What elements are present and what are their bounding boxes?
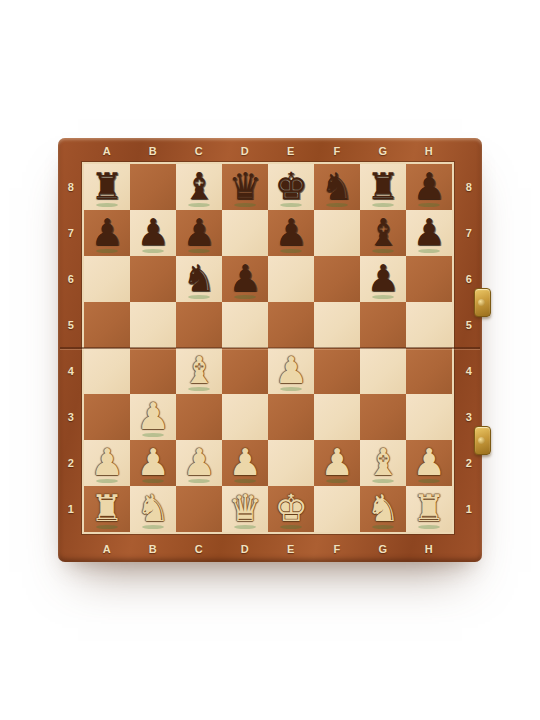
rank-label: 4 (62, 348, 80, 394)
square-c5[interactable] (176, 302, 222, 348)
product-photo-stage: ABCDEFGH ABCDEFGH 87654321 87654321 ♜♝♛♚… (0, 0, 540, 720)
square-d8[interactable]: ♛ (222, 164, 268, 210)
square-h1[interactable]: ♜ (406, 486, 452, 532)
square-c2[interactable]: ♟ (176, 440, 222, 486)
file-label: G (360, 142, 406, 160)
file-label: A (84, 142, 130, 160)
square-d7[interactable] (222, 210, 268, 256)
white-pawn[interactable]: ♟ (176, 440, 222, 486)
file-label: F (314, 540, 360, 558)
black-king[interactable]: ♚ (268, 164, 314, 210)
square-f1[interactable] (314, 486, 360, 532)
square-a8[interactable]: ♜ (84, 164, 130, 210)
rank-label: 7 (460, 210, 478, 256)
white-pawn[interactable]: ♟ (268, 348, 314, 394)
square-f4[interactable] (314, 348, 360, 394)
square-a2[interactable]: ♟ (84, 440, 130, 486)
black-knight[interactable]: ♞ (314, 164, 360, 210)
white-pawn[interactable]: ♟ (130, 440, 176, 486)
square-f7[interactable] (314, 210, 360, 256)
white-king[interactable]: ♚ (268, 486, 314, 532)
square-h8[interactable]: ♟ (406, 164, 452, 210)
black-bishop[interactable]: ♝ (360, 210, 406, 256)
chess-board: ABCDEFGH ABCDEFGH 87654321 87654321 ♜♝♛♚… (58, 138, 482, 562)
square-b4[interactable] (130, 348, 176, 394)
square-g6[interactable]: ♟ (360, 256, 406, 302)
black-pawn[interactable]: ♟ (176, 210, 222, 256)
square-f8[interactable]: ♞ (314, 164, 360, 210)
square-c4[interactable]: ♝ (176, 348, 222, 394)
file-label: E (268, 142, 314, 160)
square-f6[interactable] (314, 256, 360, 302)
black-pawn[interactable]: ♟ (406, 210, 452, 256)
black-pawn[interactable]: ♟ (406, 164, 452, 210)
white-knight[interactable]: ♞ (360, 486, 406, 532)
square-a4[interactable] (84, 348, 130, 394)
square-e2[interactable] (268, 440, 314, 486)
square-d3[interactable] (222, 394, 268, 440)
white-pawn[interactable]: ♟ (222, 440, 268, 486)
square-d1[interactable]: ♛ (222, 486, 268, 532)
file-label: H (406, 540, 452, 558)
file-label: F (314, 142, 360, 160)
file-labels-top: ABCDEFGH (84, 142, 452, 160)
white-bishop[interactable]: ♝ (176, 348, 222, 394)
rank-label: 2 (62, 440, 80, 486)
white-rook[interactable]: ♜ (84, 486, 130, 532)
square-c6[interactable]: ♞ (176, 256, 222, 302)
square-c8[interactable]: ♝ (176, 164, 222, 210)
white-pawn[interactable]: ♟ (130, 394, 176, 440)
file-label: H (406, 142, 452, 160)
square-e4[interactable]: ♟ (268, 348, 314, 394)
square-d5[interactable] (222, 302, 268, 348)
square-h3[interactable] (406, 394, 452, 440)
black-knight[interactable]: ♞ (176, 256, 222, 302)
white-bishop[interactable]: ♝ (360, 440, 406, 486)
square-c3[interactable] (176, 394, 222, 440)
square-c7[interactable]: ♟ (176, 210, 222, 256)
square-b8[interactable] (130, 164, 176, 210)
square-b7[interactable]: ♟ (130, 210, 176, 256)
square-d6[interactable]: ♟ (222, 256, 268, 302)
brass-clasp-icon (474, 288, 491, 317)
file-label: C (176, 142, 222, 160)
black-rook[interactable]: ♜ (360, 164, 406, 210)
brass-clasp-icon (474, 426, 491, 455)
square-a1[interactable]: ♜ (84, 486, 130, 532)
square-e6[interactable] (268, 256, 314, 302)
file-label: B (130, 540, 176, 558)
square-g8[interactable]: ♜ (360, 164, 406, 210)
square-h5[interactable] (406, 302, 452, 348)
square-a7[interactable]: ♟ (84, 210, 130, 256)
rank-label: 4 (460, 348, 478, 394)
rank-label: 1 (62, 486, 80, 532)
square-g3[interactable] (360, 394, 406, 440)
white-pawn[interactable]: ♟ (314, 440, 360, 486)
rank-label: 8 (460, 164, 478, 210)
fold-seam (60, 347, 480, 349)
square-g7[interactable]: ♝ (360, 210, 406, 256)
black-pawn[interactable]: ♟ (130, 210, 176, 256)
black-queen[interactable]: ♛ (222, 164, 268, 210)
square-f5[interactable] (314, 302, 360, 348)
file-label: C (176, 540, 222, 558)
square-h7[interactable]: ♟ (406, 210, 452, 256)
black-pawn[interactable]: ♟ (360, 256, 406, 302)
file-label: A (84, 540, 130, 558)
square-a6[interactable] (84, 256, 130, 302)
file-labels-bottom: ABCDEFGH (84, 540, 452, 558)
square-g1[interactable]: ♞ (360, 486, 406, 532)
square-e5[interactable] (268, 302, 314, 348)
square-d2[interactable]: ♟ (222, 440, 268, 486)
square-b2[interactable]: ♟ (130, 440, 176, 486)
file-label: G (360, 540, 406, 558)
rank-label: 8 (62, 164, 80, 210)
white-rook[interactable]: ♜ (406, 486, 452, 532)
square-f2[interactable]: ♟ (314, 440, 360, 486)
black-bishop[interactable]: ♝ (176, 164, 222, 210)
square-g2[interactable]: ♝ (360, 440, 406, 486)
white-pawn[interactable]: ♟ (84, 440, 130, 486)
square-e8[interactable]: ♚ (268, 164, 314, 210)
file-label: D (222, 142, 268, 160)
rank-label: 7 (62, 210, 80, 256)
square-b6[interactable] (130, 256, 176, 302)
square-b1[interactable]: ♞ (130, 486, 176, 532)
square-g5[interactable] (360, 302, 406, 348)
file-label: D (222, 540, 268, 558)
square-a5[interactable] (84, 302, 130, 348)
file-label: E (268, 540, 314, 558)
square-b3[interactable]: ♟ (130, 394, 176, 440)
square-g4[interactable] (360, 348, 406, 394)
square-d4[interactable] (222, 348, 268, 394)
square-h6[interactable] (406, 256, 452, 302)
square-f3[interactable] (314, 394, 360, 440)
black-pawn[interactable]: ♟ (268, 210, 314, 256)
file-label: B (130, 142, 176, 160)
square-h4[interactable] (406, 348, 452, 394)
square-c1[interactable] (176, 486, 222, 532)
rank-label: 3 (62, 394, 80, 440)
square-a3[interactable] (84, 394, 130, 440)
rank-label: 6 (62, 256, 80, 302)
square-e1[interactable]: ♚ (268, 486, 314, 532)
square-e7[interactable]: ♟ (268, 210, 314, 256)
white-knight[interactable]: ♞ (130, 486, 176, 532)
white-queen[interactable]: ♛ (222, 486, 268, 532)
rank-label: 5 (62, 302, 80, 348)
black-pawn[interactable]: ♟ (84, 210, 130, 256)
square-b5[interactable] (130, 302, 176, 348)
rank-label: 1 (460, 486, 478, 532)
white-pawn[interactable]: ♟ (406, 440, 452, 486)
black-rook[interactable]: ♜ (84, 164, 130, 210)
black-pawn[interactable]: ♟ (222, 256, 268, 302)
square-e3[interactable] (268, 394, 314, 440)
square-h2[interactable]: ♟ (406, 440, 452, 486)
